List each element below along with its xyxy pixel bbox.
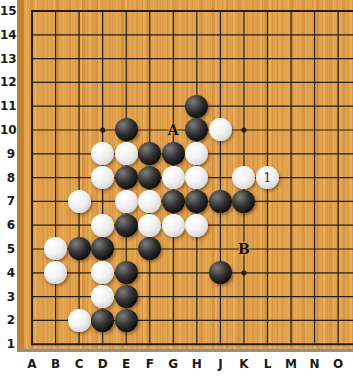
white-stone-D3: [91, 285, 114, 308]
row-label-9: 9: [0, 147, 15, 161]
column-label-J: J: [212, 357, 228, 371]
column-label-K: K: [236, 357, 252, 371]
row-label-6: 6: [0, 218, 15, 232]
column-label-L: L: [260, 357, 276, 371]
white-stone-L8: 1: [256, 166, 279, 189]
row-label-8: 8: [0, 171, 15, 185]
column-label-G: G: [165, 357, 181, 371]
move-number: 1: [256, 166, 279, 189]
black-stone-D2: [91, 309, 114, 332]
choice-label-A-at-G10[interactable]: A: [168, 122, 179, 138]
white-stone-H9: [185, 142, 208, 165]
black-stone-G7: [162, 190, 185, 213]
column-label-N: N: [307, 357, 323, 371]
row-label-12: 12: [0, 75, 15, 89]
white-stone-H8: [185, 166, 208, 189]
row-label-2: 2: [0, 313, 15, 327]
black-stone-H7: [185, 190, 208, 213]
white-stone-C7: [68, 190, 91, 213]
row-label-3: 3: [0, 290, 15, 304]
white-stone-B4: [44, 261, 67, 284]
row-label-14: 14: [0, 28, 15, 42]
white-stone-J10: [209, 118, 232, 141]
black-stone-F5: [138, 237, 161, 260]
white-stone-D9: [91, 142, 114, 165]
row-label-15: 15: [0, 4, 15, 18]
black-stone-F8: [138, 166, 161, 189]
go-board[interactable]: 1AB: [17, 0, 353, 349]
white-stone-D4: [91, 261, 114, 284]
black-stone-J7: [209, 190, 232, 213]
black-stone-E3: [115, 285, 138, 308]
white-stone-G6: [162, 214, 185, 237]
column-label-H: H: [189, 357, 205, 371]
white-stone-K8: [232, 166, 255, 189]
column-label-A: A: [24, 357, 40, 371]
white-stone-C2: [68, 309, 91, 332]
black-stone-C5: [68, 237, 91, 260]
row-label-4: 4: [0, 266, 15, 280]
white-stone-E7: [115, 190, 138, 213]
black-stone-H11: [185, 95, 208, 118]
row-label-11: 11: [0, 99, 15, 113]
black-stone-G9: [162, 142, 185, 165]
black-stone-K7: [232, 190, 255, 213]
column-label-C: C: [71, 357, 87, 371]
row-label-1: 1: [0, 337, 15, 351]
white-stone-E9: [115, 142, 138, 165]
row-label-5: 5: [0, 242, 15, 256]
white-stone-F6: [138, 214, 161, 237]
white-stone-F7: [138, 190, 161, 213]
go-problem-screen: 1AB 151413121110987654321 ABCDEFGHJKLMNO: [0, 0, 353, 380]
white-stone-D6: [91, 214, 114, 237]
black-stone-E8: [115, 166, 138, 189]
black-stone-E6: [115, 214, 138, 237]
column-label-E: E: [118, 357, 134, 371]
row-coordinate-labels: 151413121110987654321: [0, 0, 17, 352]
column-label-O: O: [330, 357, 346, 371]
choice-label-B-at-K5[interactable]: B: [238, 241, 250, 257]
row-label-13: 13: [0, 52, 15, 66]
white-stone-H6: [185, 214, 208, 237]
black-stone-E4: [115, 261, 138, 284]
black-stone-D5: [91, 237, 114, 260]
column-label-D: D: [95, 357, 111, 371]
column-label-F: F: [142, 357, 158, 371]
row-label-10: 10: [0, 123, 15, 137]
column-label-M: M: [283, 357, 299, 371]
black-stone-E10: [115, 118, 138, 141]
black-stone-H10: [185, 118, 208, 141]
black-stone-J4: [209, 261, 232, 284]
white-stone-D8: [91, 166, 114, 189]
black-stone-E2: [115, 309, 138, 332]
white-stone-G8: [162, 166, 185, 189]
black-stone-F9: [138, 142, 161, 165]
column-label-B: B: [48, 357, 64, 371]
column-coordinate-labels: ABCDEFGHJKLMNO: [0, 352, 353, 380]
board-grid[interactable]: 1AB: [20, 0, 353, 349]
row-label-7: 7: [0, 194, 15, 208]
white-stone-B5: [44, 237, 67, 260]
